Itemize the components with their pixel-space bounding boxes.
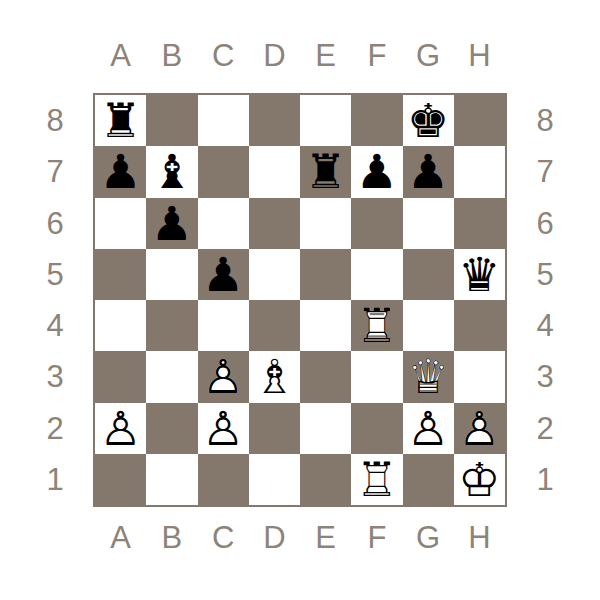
square-b8[interactable] (146, 95, 197, 146)
square-a6[interactable] (95, 198, 146, 249)
square-d4[interactable] (249, 300, 300, 351)
square-g5[interactable] (403, 249, 454, 300)
square-h4[interactable] (454, 300, 505, 351)
file-label-h-top: H (468, 40, 490, 71)
square-a2[interactable]: ♟♙ (95, 403, 146, 454)
file-label-e-bottom: E (315, 522, 336, 553)
rank-label-2-left: 2 (46, 413, 63, 444)
file-label-f-bottom: F (367, 522, 386, 553)
black-pawn[interactable]: ♟ (95, 146, 146, 197)
rank-labels-left: 8 7 6 5 4 3 2 1 (24, 95, 86, 505)
rank-label-6-right: 6 (536, 208, 553, 239)
white-pawn[interactable]: ♟♙ (198, 351, 249, 402)
square-b2[interactable] (146, 403, 197, 454)
chess-board: ♜♚♟♝♜♟♟♟♟♛♜♖♟♙♝♗♛♕♟♙♟♙♟♙♟♙♜♖♚♔ (93, 93, 507, 507)
square-d8[interactable] (249, 95, 300, 146)
square-a1[interactable] (95, 454, 146, 505)
piece-outline-glyph: ♙ (198, 351, 249, 402)
square-b1[interactable] (146, 454, 197, 505)
square-e2[interactable] (300, 403, 351, 454)
file-label-d-bottom: D (263, 522, 285, 553)
square-h7[interactable] (454, 146, 505, 197)
file-label-d-top: D (263, 40, 285, 71)
rank-label-6-left: 6 (46, 208, 63, 239)
square-h8[interactable] (454, 95, 505, 146)
black-pawn[interactable]: ♟ (351, 146, 402, 197)
black-rook[interactable]: ♜ (95, 95, 146, 146)
rank-label-3-left: 3 (46, 361, 63, 392)
square-a5[interactable] (95, 249, 146, 300)
rank-label-7-right: 7 (536, 156, 553, 187)
file-label-b-bottom: B (162, 522, 183, 553)
rank-label-1-right: 1 (536, 464, 553, 495)
square-d1[interactable] (249, 454, 300, 505)
file-label-g-bottom: G (416, 522, 440, 553)
piece-outline-glyph: ♗ (249, 351, 300, 402)
square-a3[interactable] (95, 351, 146, 402)
file-label-g-top: G (416, 40, 440, 71)
white-queen[interactable]: ♛♕ (403, 351, 454, 402)
square-c5[interactable]: ♟ (198, 249, 249, 300)
square-g4[interactable] (403, 300, 454, 351)
rank-label-2-right: 2 (536, 413, 553, 444)
black-pawn[interactable]: ♟ (146, 198, 197, 249)
square-c7[interactable] (198, 146, 249, 197)
piece-outline-glyph: ♖ (351, 300, 402, 351)
square-d7[interactable] (249, 146, 300, 197)
square-g8[interactable]: ♚ (403, 95, 454, 146)
square-f7[interactable]: ♟ (351, 146, 402, 197)
piece-outline-glyph: ♕ (403, 351, 454, 402)
square-f4[interactable]: ♜♖ (351, 300, 402, 351)
square-g1[interactable] (403, 454, 454, 505)
file-labels-bottom: A B C D E F G H (95, 508, 505, 566)
white-pawn[interactable]: ♟♙ (403, 403, 454, 454)
square-c4[interactable] (198, 300, 249, 351)
square-b3[interactable] (146, 351, 197, 402)
square-d2[interactable] (249, 403, 300, 454)
rank-label-3-right: 3 (536, 361, 553, 392)
square-a7[interactable]: ♟ (95, 146, 146, 197)
square-f6[interactable] (351, 198, 402, 249)
square-c6[interactable] (198, 198, 249, 249)
file-label-c-top: C (212, 40, 234, 71)
square-h2[interactable]: ♟♙ (454, 403, 505, 454)
square-c2[interactable]: ♟♙ (198, 403, 249, 454)
square-d6[interactable] (249, 198, 300, 249)
file-label-f-top: F (367, 40, 386, 71)
rank-label-8-left: 8 (46, 105, 63, 136)
square-b5[interactable] (146, 249, 197, 300)
black-king[interactable]: ♚ (403, 95, 454, 146)
white-rook[interactable]: ♜♖ (351, 300, 402, 351)
white-king[interactable]: ♚♔ (454, 454, 505, 505)
file-label-a-bottom: A (110, 522, 131, 553)
square-g3[interactable]: ♛♕ (403, 351, 454, 402)
square-e8[interactable] (300, 95, 351, 146)
square-g7[interactable]: ♟ (403, 146, 454, 197)
piece-outline-glyph: ♙ (198, 403, 249, 454)
rank-labels-right: 8 7 6 5 4 3 2 1 (514, 95, 576, 505)
rank-label-5-left: 5 (46, 259, 63, 290)
piece-outline-glyph: ♙ (454, 403, 505, 454)
black-pawn[interactable]: ♟ (198, 249, 249, 300)
square-f5[interactable] (351, 249, 402, 300)
square-f2[interactable] (351, 403, 402, 454)
white-pawn[interactable]: ♟♙ (95, 403, 146, 454)
square-h3[interactable] (454, 351, 505, 402)
rank-label-4-right: 4 (536, 310, 553, 341)
piece-outline-glyph: ♙ (95, 403, 146, 454)
black-rook[interactable]: ♜ (300, 146, 351, 197)
square-c1[interactable] (198, 454, 249, 505)
square-e4[interactable] (300, 300, 351, 351)
file-label-e-top: E (315, 40, 336, 71)
square-d5[interactable] (249, 249, 300, 300)
square-g2[interactable]: ♟♙ (403, 403, 454, 454)
square-a8[interactable]: ♜ (95, 95, 146, 146)
square-e1[interactable] (300, 454, 351, 505)
square-b7[interactable]: ♝ (146, 146, 197, 197)
rank-label-1-left: 1 (46, 464, 63, 495)
white-rook[interactable]: ♜♖ (351, 454, 402, 505)
square-h1[interactable]: ♚♔ (454, 454, 505, 505)
file-label-c-bottom: C (212, 522, 234, 553)
black-pawn[interactable]: ♟ (403, 146, 454, 197)
rank-label-8-right: 8 (536, 105, 553, 136)
piece-outline-glyph: ♖ (351, 454, 402, 505)
square-g6[interactable] (403, 198, 454, 249)
white-bishop[interactable]: ♝♗ (249, 351, 300, 402)
square-a4[interactable] (95, 300, 146, 351)
file-label-h-bottom: H (468, 522, 490, 553)
square-f3[interactable] (351, 351, 402, 402)
square-e7[interactable]: ♜ (300, 146, 351, 197)
black-queen[interactable]: ♛ (454, 249, 505, 300)
file-label-b-top: B (162, 40, 183, 71)
file-labels-top: A B C D E F G H (95, 26, 505, 84)
square-f1[interactable]: ♜♖ (351, 454, 402, 505)
rank-label-4-left: 4 (46, 310, 63, 341)
rank-label-5-right: 5 (536, 259, 553, 290)
black-bishop[interactable]: ♝ (146, 146, 197, 197)
square-b6[interactable]: ♟ (146, 198, 197, 249)
square-h6[interactable] (454, 198, 505, 249)
square-e5[interactable] (300, 249, 351, 300)
piece-outline-glyph: ♔ (454, 454, 505, 505)
white-pawn[interactable]: ♟♙ (198, 403, 249, 454)
file-label-a-top: A (110, 40, 131, 71)
chess-diagram: A B C D E F G H 8 7 6 5 4 3 2 1 ♜♚♟♝♜♟♟♟… (0, 0, 600, 600)
square-d3[interactable]: ♝♗ (249, 351, 300, 402)
white-pawn[interactable]: ♟♙ (454, 403, 505, 454)
piece-outline-glyph: ♙ (403, 403, 454, 454)
square-b4[interactable] (146, 300, 197, 351)
square-e6[interactable] (300, 198, 351, 249)
rank-label-7-left: 7 (46, 156, 63, 187)
square-h5[interactable]: ♛ (454, 249, 505, 300)
square-e3[interactable] (300, 351, 351, 402)
square-f8[interactable] (351, 95, 402, 146)
square-c8[interactable] (198, 95, 249, 146)
square-c3[interactable]: ♟♙ (198, 351, 249, 402)
